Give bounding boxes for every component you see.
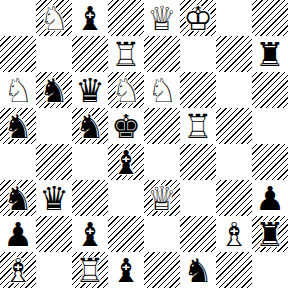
square-h4[interactable]: [252, 144, 288, 180]
square-f7[interactable]: [180, 36, 216, 72]
square-b3[interactable]: ♛: [36, 180, 72, 216]
square-a1[interactable]: ♝♗: [0, 252, 36, 288]
square-d3[interactable]: [108, 180, 144, 216]
square-e8[interactable]: ♛♕: [144, 0, 180, 36]
square-d8[interactable]: [108, 0, 144, 36]
square-f1[interactable]: ♞: [180, 252, 216, 288]
square-b4[interactable]: [36, 144, 72, 180]
white-knight-d6: ♞♘: [108, 72, 144, 108]
square-b5[interactable]: [36, 108, 72, 144]
chess-board: ♞♘♝♛♕♚♔♜♖♜♞♘♞♛♞♘♞♘♞♞♚♜♖♝♞♛♛♕♟♟♝♝♗♜♝♗♜♖♝♞: [0, 0, 288, 288]
square-a5[interactable]: ♞: [0, 108, 36, 144]
white-king-f8: ♚♔: [180, 0, 216, 36]
square-c3[interactable]: [72, 180, 108, 216]
square-f3[interactable]: [180, 180, 216, 216]
white-rook-c1: ♜♖: [72, 252, 108, 288]
square-g2[interactable]: ♝♗: [216, 216, 252, 252]
white-knight-e6: ♞♘: [144, 72, 180, 108]
square-f2[interactable]: [180, 216, 216, 252]
square-b6[interactable]: ♞: [36, 72, 72, 108]
square-b7[interactable]: [36, 36, 72, 72]
square-h7[interactable]: ♜: [252, 36, 288, 72]
black-pawn-a2: ♟: [0, 216, 36, 252]
black-bishop-d1: ♝: [108, 252, 144, 288]
black-rook-h7: ♜: [252, 36, 288, 72]
square-e7[interactable]: [144, 36, 180, 72]
black-knight-f1: ♞: [180, 252, 216, 288]
square-d6[interactable]: ♞♘: [108, 72, 144, 108]
white-queen-e3: ♛♕: [144, 180, 180, 216]
square-c8[interactable]: ♝: [72, 0, 108, 36]
square-h3[interactable]: ♟: [252, 180, 288, 216]
square-f6[interactable]: [180, 72, 216, 108]
black-bishop-d4: ♝: [108, 144, 144, 180]
square-g5[interactable]: [216, 108, 252, 144]
square-a2[interactable]: ♟: [0, 216, 36, 252]
square-g1[interactable]: [216, 252, 252, 288]
square-a3[interactable]: ♞: [0, 180, 36, 216]
square-b1[interactable]: [36, 252, 72, 288]
square-d7[interactable]: ♜♖: [108, 36, 144, 72]
black-knight-c5: ♞: [72, 108, 108, 144]
white-bishop-a1: ♝♗: [0, 252, 36, 288]
black-rook-h2: ♜: [252, 216, 288, 252]
white-bishop-g2: ♝♗: [216, 216, 252, 252]
square-h1[interactable]: [252, 252, 288, 288]
black-bishop-c2: ♝: [72, 216, 108, 252]
square-e2[interactable]: [144, 216, 180, 252]
square-c1[interactable]: ♜♖: [72, 252, 108, 288]
square-h6[interactable]: [252, 72, 288, 108]
square-d4[interactable]: ♝: [108, 144, 144, 180]
square-h2[interactable]: ♜: [252, 216, 288, 252]
square-c4[interactable]: [72, 144, 108, 180]
square-a8[interactable]: [0, 0, 36, 36]
square-c6[interactable]: ♛: [72, 72, 108, 108]
square-g4[interactable]: [216, 144, 252, 180]
white-queen-e8: ♛♕: [144, 0, 180, 36]
square-e1[interactable]: [144, 252, 180, 288]
square-d5[interactable]: ♚: [108, 108, 144, 144]
square-g8[interactable]: [216, 0, 252, 36]
square-c2[interactable]: ♝: [72, 216, 108, 252]
square-a6[interactable]: ♞♘: [0, 72, 36, 108]
square-a4[interactable]: [0, 144, 36, 180]
white-knight-a6: ♞♘: [0, 72, 36, 108]
square-c5[interactable]: ♞: [72, 108, 108, 144]
white-rook-f5: ♜♖: [180, 108, 216, 144]
square-h5[interactable]: [252, 108, 288, 144]
square-f4[interactable]: [180, 144, 216, 180]
square-c7[interactable]: [72, 36, 108, 72]
square-a7[interactable]: [0, 36, 36, 72]
square-e3[interactable]: ♛♕: [144, 180, 180, 216]
black-queen-b3: ♛: [36, 180, 72, 216]
square-h8[interactable]: [252, 0, 288, 36]
square-e6[interactable]: ♞♘: [144, 72, 180, 108]
square-d2[interactable]: [108, 216, 144, 252]
square-f5[interactable]: ♜♖: [180, 108, 216, 144]
black-pawn-h3: ♟: [252, 180, 288, 216]
black-knight-b6: ♞: [36, 72, 72, 108]
black-queen-c6: ♛: [72, 72, 108, 108]
square-e4[interactable]: [144, 144, 180, 180]
square-b2[interactable]: [36, 216, 72, 252]
black-bishop-c8: ♝: [72, 0, 108, 36]
white-knight-b8: ♞♘: [36, 0, 72, 36]
black-knight-a5: ♞: [0, 108, 36, 144]
white-rook-d7: ♜♖: [108, 36, 144, 72]
square-d1[interactable]: ♝: [108, 252, 144, 288]
square-e5[interactable]: [144, 108, 180, 144]
square-g6[interactable]: [216, 72, 252, 108]
square-b8[interactable]: ♞♘: [36, 0, 72, 36]
black-knight-a3: ♞: [0, 180, 36, 216]
square-g3[interactable]: [216, 180, 252, 216]
square-g7[interactable]: [216, 36, 252, 72]
black-king-d5: ♚: [108, 108, 144, 144]
square-f8[interactable]: ♚♔: [180, 0, 216, 36]
